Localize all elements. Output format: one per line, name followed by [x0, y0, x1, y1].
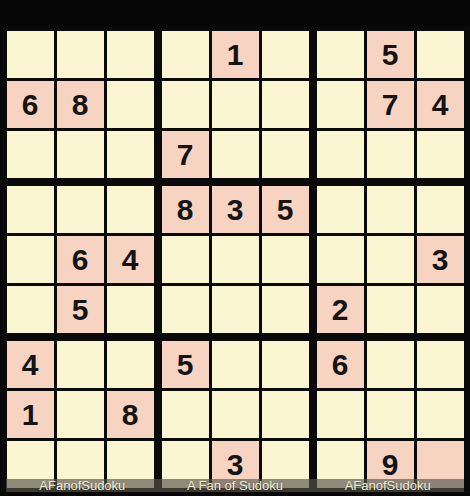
cell-r2c6[interactable] [262, 81, 309, 128]
cell-r1c3[interactable] [107, 31, 154, 78]
cell-r3c1[interactable] [7, 131, 54, 178]
cell-r6c5[interactable] [212, 286, 259, 333]
cell-r8c8[interactable] [367, 391, 414, 438]
cell-r4c2[interactable] [57, 181, 104, 233]
cell-r4c8[interactable] [367, 181, 414, 233]
cell-r6c9[interactable] [417, 286, 464, 333]
cell-r8c9[interactable] [417, 391, 464, 438]
cell-r2c7[interactable] [312, 81, 364, 128]
cell-r4c7[interactable] [312, 181, 364, 233]
sudoku-board: 1568747835643524561839 [1, 26, 470, 493]
cell-r7c4[interactable]: 5 [157, 336, 209, 388]
watermark-text-right: AFanofSudoku [311, 479, 464, 492]
cell-r1c2[interactable] [57, 31, 104, 78]
cell-r6c7[interactable]: 2 [312, 286, 364, 333]
cell-r5c9[interactable]: 3 [417, 236, 464, 283]
cell-r4c3[interactable] [107, 181, 154, 233]
cell-r6c2[interactable]: 5 [57, 286, 104, 333]
cell-r1c6[interactable] [262, 31, 309, 78]
cell-r4c5[interactable]: 3 [212, 181, 259, 233]
cell-r3c3[interactable] [107, 131, 154, 178]
cell-r8c5[interactable] [212, 391, 259, 438]
cell-r5c2[interactable]: 6 [57, 236, 104, 283]
cell-r6c3[interactable] [107, 286, 154, 333]
cell-r5c3[interactable]: 4 [107, 236, 154, 283]
cell-r2c5[interactable] [212, 81, 259, 128]
cell-r3c8[interactable] [367, 131, 414, 178]
cell-r7c9[interactable] [417, 336, 464, 388]
top-letterbox [0, 0, 470, 26]
cell-r7c7[interactable]: 6 [312, 336, 364, 388]
cell-r8c6[interactable] [262, 391, 309, 438]
cell-r1c4[interactable] [157, 31, 209, 78]
cell-r7c2[interactable] [57, 336, 104, 388]
cell-r5c5[interactable] [212, 236, 259, 283]
cell-r6c4[interactable] [157, 286, 209, 333]
cell-r4c1[interactable] [7, 181, 54, 233]
cell-r6c1[interactable] [7, 286, 54, 333]
cell-r6c8[interactable] [367, 286, 414, 333]
cell-r5c4[interactable] [157, 236, 209, 283]
cell-r8c2[interactable] [57, 391, 104, 438]
cell-r5c6[interactable] [262, 236, 309, 283]
cell-r3c6[interactable] [262, 131, 309, 178]
cell-r4c6[interactable]: 5 [262, 181, 309, 233]
cell-r2c1[interactable]: 6 [7, 81, 54, 128]
cell-r8c1[interactable]: 1 [7, 391, 54, 438]
cell-r3c5[interactable] [212, 131, 259, 178]
cell-r3c2[interactable] [57, 131, 104, 178]
cell-r8c7[interactable] [312, 391, 364, 438]
cell-r3c7[interactable] [312, 131, 364, 178]
cell-r4c9[interactable] [417, 181, 464, 233]
cell-r7c1[interactable]: 4 [7, 336, 54, 388]
cell-r8c3[interactable]: 8 [107, 391, 154, 438]
cell-r7c3[interactable] [107, 336, 154, 388]
watermark-bar: AFanofSudoku A Fan of Sudoku AFanofSudok… [6, 479, 464, 492]
cell-r1c1[interactable] [7, 31, 54, 78]
cell-r8c4[interactable] [157, 391, 209, 438]
cell-r5c7[interactable] [312, 236, 364, 283]
cell-r1c7[interactable] [312, 31, 364, 78]
cell-r1c8[interactable]: 5 [367, 31, 414, 78]
watermark-text-left: AFanofSudoku [6, 479, 159, 492]
cell-r2c9[interactable]: 4 [417, 81, 464, 128]
cell-r5c1[interactable] [7, 236, 54, 283]
watermark-text-center: A Fan of Sudoku [159, 479, 312, 492]
cell-r5c8[interactable] [367, 236, 414, 283]
cell-r4c4[interactable]: 8 [157, 181, 209, 233]
app-frame: 1568747835643524561839 AFanofSudoku A Fa… [0, 0, 470, 496]
cell-r6c6[interactable] [262, 286, 309, 333]
cell-r2c3[interactable] [107, 81, 154, 128]
cell-r2c4[interactable] [157, 81, 209, 128]
cell-r7c6[interactable] [262, 336, 309, 388]
cell-r2c2[interactable]: 8 [57, 81, 104, 128]
cell-r7c5[interactable] [212, 336, 259, 388]
cell-r2c8[interactable]: 7 [367, 81, 414, 128]
cell-r7c8[interactable] [367, 336, 414, 388]
cell-r1c5[interactable]: 1 [212, 31, 259, 78]
cell-r1c9[interactable] [417, 31, 464, 78]
cell-r3c4[interactable]: 7 [157, 131, 209, 178]
cell-r3c9[interactable] [417, 131, 464, 178]
